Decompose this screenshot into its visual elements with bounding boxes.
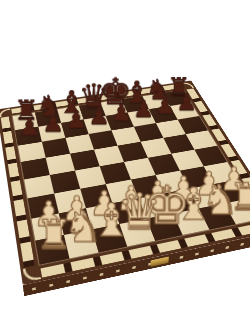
piece-black-pawn[interactable]: ♟ — [154, 94, 175, 118]
piece-black-pawn[interactable]: ♟ — [132, 97, 153, 121]
piece-black-pawn[interactable]: ♟ — [110, 100, 132, 124]
square-d6[interactable] — [89, 130, 118, 149]
square-f6[interactable] — [134, 123, 164, 142]
piece-black-pawn[interactable]: ♟ — [42, 111, 64, 136]
piece-black-pawn[interactable]: ♟ — [65, 107, 87, 131]
product-photo: ♜♞♝♛♚♝♞♜♟♟♟♟♟♟♟♟♟♟♟♟♟♟♟♟♜♞♝♛♚♝♞♜ — [0, 0, 250, 311]
piece-black-pawn[interactable]: ♟ — [176, 91, 197, 114]
corner-ornament-icon — [0, 109, 11, 118]
chess-board: ♜♞♝♛♚♝♞♜♟♟♟♟♟♟♟♟♟♟♟♟♟♟♟♟♜♞♝♛♚♝♞♜ — [0, 80, 250, 285]
piece-black-pawn[interactable]: ♟ — [18, 115, 40, 140]
square-a1[interactable]: ♜ — [35, 235, 69, 265]
piece-black-pawn[interactable]: ♟ — [88, 104, 110, 128]
piece-white-rook[interactable]: ♜ — [35, 214, 71, 255]
corner-ornament-icon — [23, 266, 41, 283]
brass-clasp-icon — [150, 257, 168, 267]
square-f5[interactable] — [141, 138, 172, 158]
square-b5[interactable] — [46, 154, 75, 175]
